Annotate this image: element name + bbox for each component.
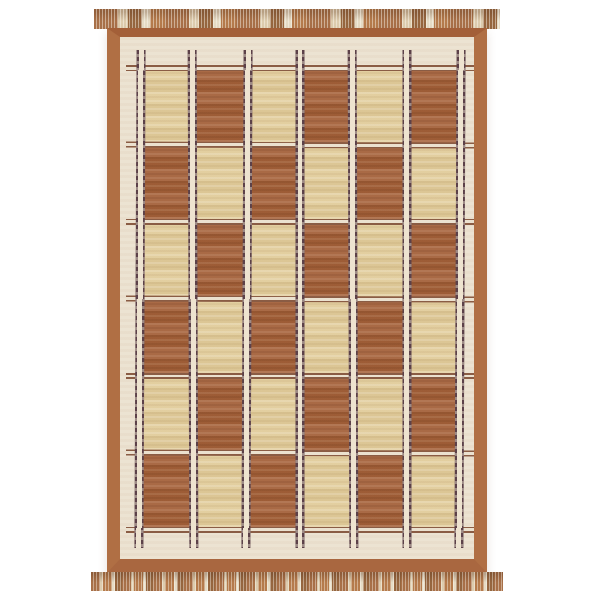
board-cell-r5c4-brown [300, 376, 353, 453]
board-cell-r2c3-brown [247, 145, 300, 222]
board-cell-r6c2-beige [193, 453, 246, 530]
board-cell-r6c6-beige [407, 453, 460, 530]
rug-fringe-bottom [91, 572, 503, 591]
board-cell-r4c1-brown [140, 299, 193, 376]
board-cell-r6c4-beige [300, 453, 353, 530]
board-cell-r4c6-beige [407, 299, 460, 376]
board-cell-r3c2-brown [193, 222, 246, 299]
board-cell-r5c2-brown [193, 376, 246, 453]
board-cell-r3c3-beige [247, 222, 300, 299]
board-cell-r4c2-beige [193, 299, 246, 376]
board-cell-r4c3-brown [247, 299, 300, 376]
board-cell-r5c6-brown [407, 376, 460, 453]
board-cell-r3c1-beige [140, 222, 193, 299]
board-cell-r5c1-beige [140, 376, 193, 453]
board-cell-r1c1-beige [140, 68, 193, 145]
rug-fringe-top [94, 9, 500, 29]
board-cell-r6c1-brown [140, 453, 193, 530]
rug-cream-field [120, 37, 474, 559]
board-cell-r2c6-beige [407, 145, 460, 222]
rug [107, 28, 487, 573]
board-cell-r2c5-brown [353, 145, 406, 222]
board-cell-r5c5-beige [353, 376, 406, 453]
board-cell-r2c2-beige [193, 145, 246, 222]
product-photo-background [0, 0, 600, 600]
board-cell-r3c4-brown [300, 222, 353, 299]
board-cell-r1c6-brown [407, 68, 460, 145]
board-cell-r1c2-brown [193, 68, 246, 145]
board-cell-r2c4-beige [300, 145, 353, 222]
board-cell-r4c4-beige [300, 299, 353, 376]
board-cell-r1c4-brown [300, 68, 353, 145]
board-cell-r6c3-brown [247, 453, 300, 530]
board-cell-r5c3-beige [247, 376, 300, 453]
board-cell-r3c6-brown [407, 222, 460, 299]
board-cell-r2c1-brown [140, 145, 193, 222]
board-cell-r3c5-beige [353, 222, 406, 299]
board-cell-r1c3-beige [247, 68, 300, 145]
board-cell-r6c5-brown [353, 453, 406, 530]
board-grid [140, 68, 460, 530]
board-cell-r4c5-brown [353, 299, 406, 376]
board-cell-r1c5-beige [353, 68, 406, 145]
